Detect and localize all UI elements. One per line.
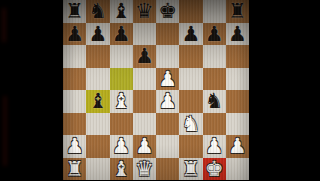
- square-a4[interactable]: [63, 90, 86, 113]
- chess-board[interactable]: ♜♞♝♛♚♜♟♟♟♟♟♟♟♟♝♝♟♞♞♟♟♟♟♟♜♝♛♜♚: [63, 0, 249, 180]
- black-pawn-d6: ♟: [133, 45, 156, 68]
- square-f2[interactable]: [179, 135, 202, 158]
- square-h8[interactable]: ♜: [226, 0, 249, 23]
- square-b6[interactable]: [86, 45, 109, 68]
- black-pawn-b7: ♟: [86, 23, 109, 46]
- square-f4[interactable]: [179, 90, 202, 113]
- square-b4[interactable]: ♝: [86, 90, 109, 113]
- square-e1[interactable]: [156, 158, 179, 181]
- square-h7[interactable]: ♟: [226, 23, 249, 46]
- square-e2[interactable]: [156, 135, 179, 158]
- square-a2[interactable]: ♟: [63, 135, 86, 158]
- square-a7[interactable]: ♟: [63, 23, 86, 46]
- white-king-g1: ♚: [203, 158, 226, 181]
- letterbox-left: [0, 0, 63, 180]
- white-rook-a1: ♜: [63, 158, 86, 181]
- square-b2[interactable]: [86, 135, 109, 158]
- square-h2[interactable]: ♟: [226, 135, 249, 158]
- black-rook-h8: ♜: [226, 0, 249, 23]
- black-pawn-f7: ♟: [179, 23, 202, 46]
- square-a8[interactable]: ♜: [63, 0, 86, 23]
- square-f5[interactable]: [179, 68, 202, 91]
- square-h3[interactable]: [226, 113, 249, 136]
- white-pawn-a2: ♟: [63, 135, 86, 158]
- square-c8[interactable]: ♝: [110, 0, 133, 23]
- white-pawn-h2: ♟: [226, 135, 249, 158]
- square-f8[interactable]: [179, 0, 202, 23]
- square-a3[interactable]: [63, 113, 86, 136]
- square-c3[interactable]: [110, 113, 133, 136]
- square-d6[interactable]: ♟: [133, 45, 156, 68]
- square-h5[interactable]: [226, 68, 249, 91]
- square-c7[interactable]: ♟: [110, 23, 133, 46]
- white-pawn-d2: ♟: [133, 135, 156, 158]
- white-pawn-c2: ♟: [110, 135, 133, 158]
- square-d5[interactable]: [133, 68, 156, 91]
- black-bishop-b4: ♝: [86, 90, 109, 113]
- square-g6[interactable]: [203, 45, 226, 68]
- black-rook-a8: ♜: [63, 0, 86, 23]
- square-a5[interactable]: [63, 68, 86, 91]
- square-b8[interactable]: ♞: [86, 0, 109, 23]
- square-d2[interactable]: ♟: [133, 135, 156, 158]
- white-knight-f3: ♞: [179, 113, 202, 136]
- square-f3[interactable]: ♞: [179, 113, 202, 136]
- black-bishop-c8: ♝: [110, 0, 133, 23]
- black-king-e8: ♚: [156, 0, 179, 23]
- square-d8[interactable]: ♛: [133, 0, 156, 23]
- black-knight-g4: ♞: [203, 90, 226, 113]
- square-a6[interactable]: [63, 45, 86, 68]
- square-h1[interactable]: [226, 158, 249, 181]
- video-noise: [3, 96, 7, 166]
- square-b1[interactable]: [86, 158, 109, 181]
- black-pawn-g7: ♟: [203, 23, 226, 46]
- square-c1[interactable]: ♝: [110, 158, 133, 181]
- square-g3[interactable]: [203, 113, 226, 136]
- square-e5[interactable]: ♟: [156, 68, 179, 91]
- square-b7[interactable]: ♟: [86, 23, 109, 46]
- square-g4[interactable]: ♞: [203, 90, 226, 113]
- square-f6[interactable]: [179, 45, 202, 68]
- white-bishop-c4: ♝: [110, 90, 133, 113]
- square-f1[interactable]: ♜: [179, 158, 202, 181]
- black-pawn-a7: ♟: [63, 23, 86, 46]
- square-g2[interactable]: ♟: [203, 135, 226, 158]
- square-e4[interactable]: ♟: [156, 90, 179, 113]
- square-b5[interactable]: [86, 68, 109, 91]
- square-h6[interactable]: [226, 45, 249, 68]
- black-queen-d8: ♛: [133, 0, 156, 23]
- square-g8[interactable]: [203, 0, 226, 23]
- black-knight-b8: ♞: [86, 0, 109, 23]
- letterbox-right: [249, 0, 320, 180]
- square-c2[interactable]: ♟: [110, 135, 133, 158]
- white-pawn-e4: ♟: [156, 90, 179, 113]
- square-g5[interactable]: [203, 68, 226, 91]
- square-d3[interactable]: [133, 113, 156, 136]
- square-e6[interactable]: [156, 45, 179, 68]
- square-e7[interactable]: [156, 23, 179, 46]
- white-bishop-c1: ♝: [110, 158, 133, 181]
- square-e8[interactable]: ♚: [156, 0, 179, 23]
- black-pawn-c7: ♟: [110, 23, 133, 46]
- square-c6[interactable]: [110, 45, 133, 68]
- white-rook-f1: ♜: [179, 158, 202, 181]
- white-pawn-e5: ♟: [156, 68, 179, 91]
- square-c5[interactable]: [110, 68, 133, 91]
- square-b3[interactable]: [86, 113, 109, 136]
- square-g1[interactable]: ♚: [203, 158, 226, 181]
- square-f7[interactable]: ♟: [179, 23, 202, 46]
- black-pawn-h7: ♟: [226, 23, 249, 46]
- square-c4[interactable]: ♝: [110, 90, 133, 113]
- white-pawn-g2: ♟: [203, 135, 226, 158]
- square-g7[interactable]: ♟: [203, 23, 226, 46]
- square-d4[interactable]: [133, 90, 156, 113]
- square-a1[interactable]: ♜: [63, 158, 86, 181]
- square-d7[interactable]: [133, 23, 156, 46]
- square-h4[interactable]: [226, 90, 249, 113]
- screenshot-stage: ♜♞♝♛♚♜♟♟♟♟♟♟♟♟♝♝♟♞♞♟♟♟♟♟♜♝♛♜♚: [0, 0, 320, 180]
- video-noise: [2, 8, 6, 42]
- square-d1[interactable]: ♛: [133, 158, 156, 181]
- square-e3[interactable]: [156, 113, 179, 136]
- white-queen-d1: ♛: [133, 158, 156, 181]
